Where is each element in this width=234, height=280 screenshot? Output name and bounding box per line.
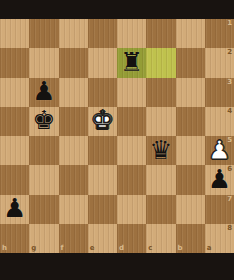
square-g6[interactable] [29,165,58,194]
square-h3[interactable] [0,78,29,107]
square-f2[interactable] [59,48,88,77]
rank-label-7: 7 [227,196,232,203]
square-h2[interactable] [0,48,29,77]
square-e1[interactable] [88,19,117,48]
file-label-f: f [61,245,64,252]
square-h4[interactable] [0,107,29,136]
rank-label-8: 8 [227,225,232,232]
black-rook[interactable]: ♜ [120,49,143,75]
square-d4[interactable] [117,107,146,136]
rank-label-1: 1 [227,20,232,27]
square-e3[interactable] [88,78,117,107]
file-label-a: a [207,245,212,252]
square-a7[interactable]: 7 [205,195,234,224]
top-letterbox [0,0,234,19]
square-f7[interactable] [59,195,88,224]
chess-board[interactable]: 1♜2♟3♚♚4♛♟5♟6♟7hgfedcb8a [0,19,234,253]
file-label-g: g [31,245,36,252]
file-label-d: d [119,245,124,252]
black-king[interactable]: ♚ [32,107,55,133]
square-b4[interactable] [176,107,205,136]
square-f1[interactable] [59,19,88,48]
square-c7[interactable] [146,195,175,224]
square-a1[interactable]: 1 [205,19,234,48]
file-label-b: b [178,245,183,252]
square-g3[interactable]: ♟ [29,78,58,107]
square-g8[interactable]: g [29,224,58,253]
square-d5[interactable] [117,136,146,165]
black-pawn[interactable]: ♟ [32,78,55,104]
square-g7[interactable] [29,195,58,224]
square-c8[interactable]: c [146,224,175,253]
square-e6[interactable] [88,165,117,194]
file-label-e: e [90,245,95,252]
square-d2[interactable]: ♜ [117,48,146,77]
square-d8[interactable]: d [117,224,146,253]
square-d6[interactable] [117,165,146,194]
square-f4[interactable] [59,107,88,136]
square-b8[interactable]: b [176,224,205,253]
square-e8[interactable]: e [88,224,117,253]
app-frame: 1♜2♟3♚♚4♛♟5♟6♟7hgfedcb8a [0,0,234,280]
square-b6[interactable] [176,165,205,194]
square-b7[interactable] [176,195,205,224]
square-e5[interactable] [88,136,117,165]
square-h5[interactable] [0,136,29,165]
bottom-letterbox [0,253,234,280]
square-d1[interactable] [117,19,146,48]
square-c4[interactable] [146,107,175,136]
square-f8[interactable]: f [59,224,88,253]
square-h7[interactable]: ♟ [0,195,29,224]
file-label-c: c [148,245,152,252]
square-g2[interactable] [29,48,58,77]
square-g1[interactable] [29,19,58,48]
white-pawn[interactable]: ♟ [208,137,231,163]
square-c2[interactable] [146,48,175,77]
square-c1[interactable] [146,19,175,48]
square-a4[interactable]: 4 [205,107,234,136]
white-king[interactable]: ♚ [91,107,114,133]
square-b5[interactable] [176,136,205,165]
square-f3[interactable] [59,78,88,107]
square-e7[interactable] [88,195,117,224]
rank-label-3: 3 [227,79,232,86]
square-d7[interactable] [117,195,146,224]
square-a3[interactable]: 3 [205,78,234,107]
file-label-h: h [2,245,7,252]
square-e4[interactable]: ♚ [88,107,117,136]
square-c3[interactable] [146,78,175,107]
square-b2[interactable] [176,48,205,77]
square-c6[interactable] [146,165,175,194]
square-a2[interactable]: 2 [205,48,234,77]
square-g4[interactable]: ♚ [29,107,58,136]
black-queen[interactable]: ♛ [149,137,172,163]
square-h1[interactable] [0,19,29,48]
square-b3[interactable] [176,78,205,107]
square-h6[interactable] [0,165,29,194]
square-f5[interactable] [59,136,88,165]
square-d3[interactable] [117,78,146,107]
square-e2[interactable] [88,48,117,77]
rank-label-2: 2 [227,49,232,56]
square-b1[interactable] [176,19,205,48]
square-f6[interactable] [59,165,88,194]
black-pawn[interactable]: ♟ [3,195,26,221]
square-g5[interactable] [29,136,58,165]
square-a8[interactable]: 8a [205,224,234,253]
square-a5[interactable]: ♟5 [205,136,234,165]
square-a6[interactable]: ♟6 [205,165,234,194]
square-h8[interactable]: h [0,224,29,253]
rank-label-4: 4 [227,108,232,115]
square-c5[interactable]: ♛ [146,136,175,165]
black-pawn[interactable]: ♟ [208,166,231,192]
